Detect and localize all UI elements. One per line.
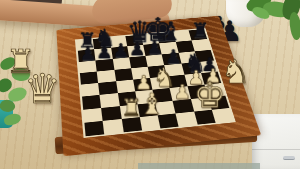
piece-black-pawn-b7: ♟ <box>95 42 113 60</box>
square-h6 <box>194 50 214 62</box>
offboard-white-knight: ♞ <box>221 55 251 88</box>
piece-white-pawn-f3: ♟ <box>173 82 192 102</box>
photo-chess-scene: ♝ ♟ ♜♞♛♚♝♜♟♟♟♟♟♟♞♟♟♞♟♟♟♜♝♚ ♜ ♛ ♞ <box>0 0 300 169</box>
square-d7 <box>127 45 145 57</box>
square-h8 <box>188 29 207 40</box>
board-pieces-layer: ♜♞♛♚♝♜♟♟♟♟♟♟♞♟♟♞♟♟♟♜♝♚ <box>77 29 234 136</box>
square-a7 <box>78 49 96 61</box>
square-e8 <box>141 33 159 45</box>
square-c7 <box>111 46 129 58</box>
piece-white-bishop-d2: ♝ <box>139 89 158 118</box>
square-c8 <box>109 36 127 48</box>
piece-black-bishop-f8: ♝ <box>159 19 176 45</box>
square-f8 <box>157 32 175 44</box>
square-b8 <box>93 38 111 50</box>
square-h7 <box>191 39 210 51</box>
piece-white-rook-c2: ♜ <box>121 96 140 120</box>
piece-black-pawn-c7: ♟ <box>112 41 129 59</box>
piece-black-pawn-d7: ♟ <box>129 39 146 57</box>
square-c6 <box>112 57 131 70</box>
piece-black-rook-a8: ♜ <box>78 31 95 52</box>
square-g6 <box>178 51 197 63</box>
square-b7 <box>94 48 112 60</box>
square-b6 <box>96 59 114 72</box>
square-a8 <box>77 39 94 51</box>
square-f7 <box>159 42 178 54</box>
piece-black-queen-d8: ♛ <box>127 18 144 47</box>
square-d8 <box>125 35 143 47</box>
square-a6 <box>79 60 97 73</box>
square-d6 <box>129 56 148 69</box>
piece-black-knight-b8: ♞ <box>94 26 111 50</box>
piece-black-king-e8: ♚ <box>143 13 160 45</box>
offboard-white-queen: ♛ <box>24 69 61 110</box>
square-e7 <box>143 43 162 55</box>
piece-white-king-g2: ♚ <box>194 76 213 112</box>
piece-black-rook-h8: ♜ <box>191 21 208 42</box>
square-g7 <box>175 41 194 53</box>
piece-black-pawn-e7: ♟ <box>145 38 162 56</box>
square-g8 <box>173 31 192 43</box>
piece-black-pawn-a7: ♟ <box>79 44 97 63</box>
